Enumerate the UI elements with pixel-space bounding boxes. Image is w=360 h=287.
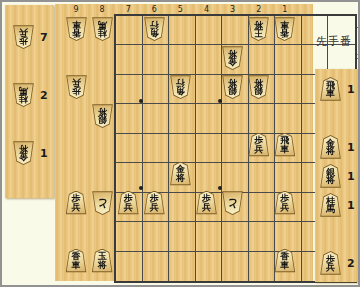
piece-face: 歩兵 — [321, 252, 340, 274]
turn-indicator: 先手番 — [316, 34, 360, 49]
square-6b[interactable] — [196, 45, 223, 74]
square-4i[interactable] — [249, 252, 276, 281]
hoshi-point — [139, 186, 143, 190]
square-7b[interactable] — [169, 45, 196, 74]
square-7d[interactable] — [169, 104, 196, 133]
square-6a[interactable] — [196, 16, 223, 45]
piece-face: 角行 — [145, 18, 164, 40]
file-label-8: 8 — [89, 6, 115, 14]
square-7h[interactable] — [169, 222, 196, 251]
square-5e[interactable] — [222, 134, 249, 163]
square-9i[interactable] — [116, 252, 143, 281]
hoshi-point — [139, 99, 143, 103]
piece-face: 王将 — [249, 18, 268, 40]
shogi-board: 987654321一二三四五六七八九 — [55, 4, 313, 281]
square-6d[interactable] — [196, 104, 223, 133]
square-4b[interactable] — [249, 45, 276, 74]
square-6i[interactable] — [196, 252, 223, 281]
piece-face: 金将 — [171, 163, 190, 185]
square-3f[interactable] — [275, 163, 302, 192]
piece-face: 歩兵 — [14, 26, 33, 48]
square-7g[interactable] — [169, 193, 196, 222]
square-4h[interactable] — [249, 222, 276, 251]
square-7e[interactable] — [169, 134, 196, 163]
piece-face: 桂馬 — [14, 84, 33, 106]
file-label-3: 3 — [220, 6, 246, 14]
piece-face: と — [93, 192, 112, 214]
square-8e[interactable] — [143, 134, 170, 163]
piece-face: 歩兵 — [119, 192, 138, 214]
piece-face: 飛車 — [275, 134, 294, 156]
piece-face: 金将 — [321, 136, 340, 158]
square-4f[interactable] — [249, 163, 276, 192]
file-label-6: 6 — [141, 6, 167, 14]
piece-face: 銀将 — [223, 76, 242, 98]
square-5h[interactable] — [222, 222, 249, 251]
piece-face: 歩兵 — [249, 134, 268, 156]
file-label-1: 1 — [272, 6, 298, 14]
square-8i[interactable] — [143, 252, 170, 281]
square-9b[interactable] — [116, 45, 143, 74]
square-4g[interactable] — [249, 193, 276, 222]
piece-face: 銀将 — [249, 76, 268, 98]
square-9d[interactable] — [116, 104, 143, 133]
rank-label-2: 二 — [354, 54, 360, 61]
piece-face: 香車 — [275, 18, 294, 40]
piece-face: 歩兵 — [145, 192, 164, 214]
square-3h[interactable] — [275, 222, 302, 251]
square-8c[interactable] — [143, 75, 170, 104]
hoshi-point — [218, 99, 222, 103]
square-5a[interactable] — [222, 16, 249, 45]
square-8d[interactable] — [143, 104, 170, 133]
square-3c[interactable] — [275, 75, 302, 104]
file-label-7: 7 — [115, 6, 141, 14]
piece-face: 玉将 — [93, 250, 112, 272]
square-5d[interactable] — [222, 104, 249, 133]
square-6e[interactable] — [196, 134, 223, 163]
piece-face: 金将 — [14, 142, 33, 164]
square-9a[interactable] — [116, 16, 143, 45]
file-label-2: 2 — [246, 6, 272, 14]
square-9e[interactable] — [116, 134, 143, 163]
piece-face: 香車 — [67, 250, 86, 272]
piece-face: 桂馬 — [321, 194, 340, 216]
file-label-9: 9 — [63, 6, 89, 14]
piece-face: 歩兵 — [67, 76, 86, 98]
square-3b[interactable] — [275, 45, 302, 74]
piece-face: 歩兵 — [197, 192, 216, 214]
square-5i[interactable] — [222, 252, 249, 281]
square-7a[interactable] — [169, 16, 196, 45]
file-label-4: 4 — [194, 6, 220, 14]
square-8h[interactable] — [143, 222, 170, 251]
square-8b[interactable] — [143, 45, 170, 74]
piece-face: 歩兵 — [67, 192, 86, 214]
piece-face: 香車 — [275, 250, 294, 272]
piece-face: と — [223, 192, 242, 214]
square-7i[interactable] — [169, 252, 196, 281]
square-9h[interactable] — [116, 222, 143, 251]
piece-face: 香車 — [67, 18, 86, 40]
square-5f[interactable] — [222, 163, 249, 192]
square-8f[interactable] — [143, 163, 170, 192]
piece-face: 角行 — [171, 76, 190, 98]
hoshi-point — [218, 186, 222, 190]
shogi-app: 987654321一二三四五六七八九 先手番 香車桂馬角行王将香車金将歩兵角行銀… — [0, 0, 360, 287]
piece-face: 銀将 — [321, 165, 340, 187]
piece-face: 飛車 — [321, 78, 340, 100]
square-3d[interactable] — [275, 104, 302, 133]
rank-label-1: 一 — [354, 25, 360, 32]
square-4d[interactable] — [249, 104, 276, 133]
piece-face: 金将 — [223, 47, 242, 69]
piece-face: 銀将 — [93, 105, 112, 127]
square-6h[interactable] — [196, 222, 223, 251]
piece-face: 歩兵 — [275, 192, 294, 214]
piece-face: 桂馬 — [93, 18, 112, 40]
file-label-5: 5 — [167, 6, 193, 14]
